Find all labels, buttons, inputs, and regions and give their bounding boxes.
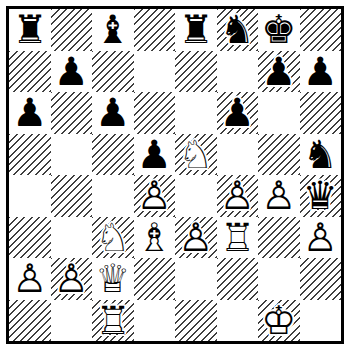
- square-d4[interactable]: ♟♙: [134, 175, 176, 217]
- piece-glyph: ♙: [175, 217, 217, 259]
- square-e4[interactable]: [175, 175, 217, 217]
- square-d6[interactable]: [134, 92, 176, 134]
- square-b1[interactable]: [51, 300, 93, 342]
- black-rook-a8[interactable]: ♜♜: [9, 9, 51, 51]
- piece-glyph: ♝: [92, 9, 134, 51]
- black-knight-h5[interactable]: ♞♞: [300, 134, 342, 176]
- white-pawn-g4[interactable]: ♟♙: [258, 175, 300, 217]
- square-a4[interactable]: [9, 175, 51, 217]
- black-rook-e8[interactable]: ♜♜: [175, 9, 217, 51]
- black-pawn-a6[interactable]: ♟♟: [9, 92, 51, 134]
- square-e5[interactable]: ♞♘: [175, 134, 217, 176]
- square-a5[interactable]: [9, 134, 51, 176]
- square-g2[interactable]: [258, 258, 300, 300]
- square-c2[interactable]: ♛♕: [92, 258, 134, 300]
- piece-glyph: ♖: [217, 217, 259, 259]
- piece-glyph: ♜: [175, 9, 217, 51]
- chessboard: ♜♜♝♝♜♜♞♞♚♚♟♟♟♟♟♟♟♟♟♟♟♟♟♟♞♘♞♞♟♙♟♙♟♙♛♛♞♘♝♗…: [9, 9, 341, 341]
- square-d2[interactable]: [134, 258, 176, 300]
- square-f5[interactable]: [217, 134, 259, 176]
- black-bishop-c8[interactable]: ♝♝: [92, 9, 134, 51]
- square-e1[interactable]: [175, 300, 217, 342]
- black-pawn-g7[interactable]: ♟♟: [258, 51, 300, 93]
- piece-glyph: ♟: [300, 51, 342, 93]
- white-pawn-h3[interactable]: ♟♙: [300, 217, 342, 259]
- square-b2[interactable]: ♟♙: [51, 258, 93, 300]
- square-e3[interactable]: ♟♙: [175, 217, 217, 259]
- piece-glyph: ♜: [9, 9, 51, 51]
- piece-glyph: ♕: [92, 258, 134, 300]
- piece-glyph: ♙: [51, 258, 93, 300]
- piece-glyph: ♙: [9, 258, 51, 300]
- square-b8[interactable]: [51, 9, 93, 51]
- square-g5[interactable]: [258, 134, 300, 176]
- white-pawn-a2[interactable]: ♟♙: [9, 258, 51, 300]
- square-b7[interactable]: ♟♟: [51, 51, 93, 93]
- square-a8[interactable]: ♜♜: [9, 9, 51, 51]
- square-g8[interactable]: ♚♚: [258, 9, 300, 51]
- square-h8[interactable]: [300, 9, 342, 51]
- white-rook-c1[interactable]: ♜♖: [92, 300, 134, 342]
- piece-glyph: ♗: [134, 217, 176, 259]
- black-knight-f8[interactable]: ♞♞: [217, 9, 259, 51]
- square-a2[interactable]: ♟♙: [9, 258, 51, 300]
- square-e7[interactable]: [175, 51, 217, 93]
- square-a1[interactable]: [9, 300, 51, 342]
- white-king-g1[interactable]: ♚♔: [258, 300, 300, 342]
- piece-glyph: ♞: [217, 9, 259, 51]
- square-d3[interactable]: ♝♗: [134, 217, 176, 259]
- black-queen-h4[interactable]: ♛♛: [300, 175, 342, 217]
- square-g3[interactable]: [258, 217, 300, 259]
- piece-glyph: ♙: [258, 175, 300, 217]
- square-h5[interactable]: ♞♞: [300, 134, 342, 176]
- square-h4[interactable]: ♛♛: [300, 175, 342, 217]
- white-knight-c3[interactable]: ♞♘: [92, 217, 134, 259]
- white-bishop-d3[interactable]: ♝♗: [134, 217, 176, 259]
- piece-glyph: ♛: [300, 175, 342, 217]
- square-b4[interactable]: [51, 175, 93, 217]
- piece-glyph: ♚: [258, 9, 300, 51]
- white-queen-c2[interactable]: ♛♕: [92, 258, 134, 300]
- square-f3[interactable]: ♜♖: [217, 217, 259, 259]
- piece-glyph: ♔: [258, 300, 300, 342]
- square-h7[interactable]: ♟♟: [300, 51, 342, 93]
- square-h2[interactable]: [300, 258, 342, 300]
- square-d1[interactable]: [134, 300, 176, 342]
- square-c5[interactable]: [92, 134, 134, 176]
- piece-glyph: ♞: [300, 134, 342, 176]
- square-d7[interactable]: [134, 51, 176, 93]
- square-c4[interactable]: [92, 175, 134, 217]
- black-pawn-d5[interactable]: ♟♟: [134, 134, 176, 176]
- black-pawn-f6[interactable]: ♟♟: [217, 92, 259, 134]
- square-e8[interactable]: ♜♜: [175, 9, 217, 51]
- board-frame: ♜♜♝♝♜♜♞♞♚♚♟♟♟♟♟♟♟♟♟♟♟♟♟♟♞♘♞♞♟♙♟♙♟♙♛♛♞♘♝♗…: [6, 6, 344, 344]
- white-pawn-f4[interactable]: ♟♙: [217, 175, 259, 217]
- piece-glyph: ♟: [51, 51, 93, 93]
- piece-glyph: ♟: [258, 51, 300, 93]
- square-a7[interactable]: [9, 51, 51, 93]
- square-c3[interactable]: ♞♘: [92, 217, 134, 259]
- square-h6[interactable]: [300, 92, 342, 134]
- square-f6[interactable]: ♟♟: [217, 92, 259, 134]
- square-g6[interactable]: [258, 92, 300, 134]
- piece-glyph: ♟: [9, 92, 51, 134]
- square-c6[interactable]: ♟♟: [92, 92, 134, 134]
- square-e2[interactable]: [175, 258, 217, 300]
- square-f2[interactable]: [217, 258, 259, 300]
- black-pawn-h7[interactable]: ♟♟: [300, 51, 342, 93]
- square-h1[interactable]: [300, 300, 342, 342]
- square-g1[interactable]: ♚♔: [258, 300, 300, 342]
- piece-glyph: ♘: [175, 134, 217, 176]
- square-b3[interactable]: [51, 217, 93, 259]
- black-pawn-b7[interactable]: ♟♟: [51, 51, 93, 93]
- square-a6[interactable]: ♟♟: [9, 92, 51, 134]
- white-knight-e5[interactable]: ♞♘: [175, 134, 217, 176]
- chess-diagram: ♜♜♝♝♜♜♞♞♚♚♟♟♟♟♟♟♟♟♟♟♟♟♟♟♞♘♞♞♟♙♟♙♟♙♛♛♞♘♝♗…: [0, 0, 350, 350]
- square-d5[interactable]: ♟♟: [134, 134, 176, 176]
- black-king-g8[interactable]: ♚♚: [258, 9, 300, 51]
- square-e6[interactable]: [175, 92, 217, 134]
- white-pawn-d4[interactable]: ♟♙: [134, 175, 176, 217]
- piece-glyph: ♙: [134, 175, 176, 217]
- square-c8[interactable]: ♝♝: [92, 9, 134, 51]
- piece-glyph: ♙: [217, 175, 259, 217]
- square-f8[interactable]: ♞♞: [217, 9, 259, 51]
- white-rook-f3[interactable]: ♜♖: [217, 217, 259, 259]
- white-pawn-b2[interactable]: ♟♙: [51, 258, 93, 300]
- square-c7[interactable]: [92, 51, 134, 93]
- piece-glyph: ♘: [92, 217, 134, 259]
- white-pawn-e3[interactable]: ♟♙: [175, 217, 217, 259]
- piece-glyph: ♟: [134, 134, 176, 176]
- piece-glyph: ♟: [92, 92, 134, 134]
- square-g4[interactable]: ♟♙: [258, 175, 300, 217]
- square-b5[interactable]: [51, 134, 93, 176]
- square-f7[interactable]: [217, 51, 259, 93]
- piece-glyph: ♙: [300, 217, 342, 259]
- square-f4[interactable]: ♟♙: [217, 175, 259, 217]
- square-f1[interactable]: [217, 300, 259, 342]
- square-d8[interactable]: [134, 9, 176, 51]
- square-b6[interactable]: [51, 92, 93, 134]
- piece-glyph: ♟: [217, 92, 259, 134]
- square-g7[interactable]: ♟♟: [258, 51, 300, 93]
- square-h3[interactable]: ♟♙: [300, 217, 342, 259]
- piece-glyph: ♖: [92, 300, 134, 342]
- square-a3[interactable]: [9, 217, 51, 259]
- square-c1[interactable]: ♜♖: [92, 300, 134, 342]
- black-pawn-c6[interactable]: ♟♟: [92, 92, 134, 134]
